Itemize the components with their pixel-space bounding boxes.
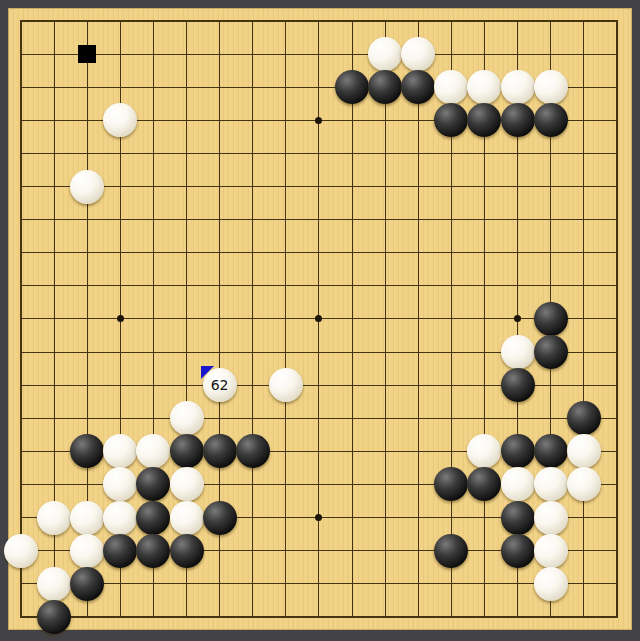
- black-stone: [170, 534, 204, 568]
- black-stone: [70, 434, 104, 468]
- white-stone: [37, 567, 71, 601]
- white-stone: [170, 501, 204, 535]
- black-square-marker: [78, 45, 96, 63]
- white-stone: [534, 467, 568, 501]
- black-stone: [170, 434, 204, 468]
- hoshi-dot: [117, 315, 124, 322]
- black-stone: [203, 501, 237, 535]
- white-stone: [368, 37, 402, 71]
- white-stone: [70, 170, 104, 204]
- black-stone: [501, 434, 535, 468]
- black-stone: [136, 467, 170, 501]
- app-background: 62: [0, 0, 640, 641]
- white-stone: [37, 501, 71, 535]
- black-stone: [501, 501, 535, 535]
- white-stone: [70, 501, 104, 535]
- white-stone: [70, 534, 104, 568]
- black-stone: [467, 467, 501, 501]
- black-stone: [434, 103, 468, 137]
- black-stone: [136, 501, 170, 535]
- white-stone: [534, 534, 568, 568]
- white-stone: [103, 434, 137, 468]
- white-stone: [534, 501, 568, 535]
- grid-line-vertical: [583, 20, 584, 618]
- white-stone: [501, 335, 535, 369]
- black-stone: [501, 534, 535, 568]
- white-stone: [501, 467, 535, 501]
- hoshi-dot: [315, 117, 322, 124]
- grid-line-horizontal: [20, 583, 618, 584]
- black-stone: [103, 534, 137, 568]
- black-stone: [534, 335, 568, 369]
- black-stone: [203, 434, 237, 468]
- black-stone: [534, 302, 568, 336]
- grid-line-vertical: [616, 20, 618, 618]
- black-stone: [534, 103, 568, 137]
- white-stone: [467, 434, 501, 468]
- white-stone: [501, 70, 535, 104]
- black-stone: [567, 401, 601, 435]
- black-stone: [534, 434, 568, 468]
- grid-line-vertical: [418, 20, 419, 618]
- white-stone: [401, 37, 435, 71]
- black-stone: [37, 600, 71, 634]
- white-stone: [434, 70, 468, 104]
- black-stone: [70, 567, 104, 601]
- black-stone: [501, 368, 535, 402]
- black-stone: [434, 534, 468, 568]
- blue-triangle-marker: [201, 366, 214, 379]
- white-stone: [269, 368, 303, 402]
- white-stone: [103, 467, 137, 501]
- grid-line-horizontal: [20, 418, 618, 419]
- white-stone: [567, 467, 601, 501]
- white-stone: [534, 70, 568, 104]
- hoshi-dot: [315, 514, 322, 521]
- black-stone: [467, 103, 501, 137]
- black-stone: [501, 103, 535, 137]
- black-stone: [434, 467, 468, 501]
- white-stone: [4, 534, 38, 568]
- black-stone: [236, 434, 270, 468]
- white-stone: [534, 567, 568, 601]
- grid-line-horizontal: [20, 616, 618, 618]
- white-stone: [103, 103, 137, 137]
- white-stone: [170, 467, 204, 501]
- go-board[interactable]: 62: [8, 8, 632, 630]
- grid-line-vertical: [352, 20, 353, 618]
- white-stone: [103, 501, 137, 535]
- white-stone: [567, 434, 601, 468]
- grid-line-vertical: [385, 20, 386, 618]
- white-stone: [170, 401, 204, 435]
- hoshi-dot: [315, 315, 322, 322]
- hoshi-dot: [514, 315, 521, 322]
- white-stone: [136, 434, 170, 468]
- white-stone: [467, 70, 501, 104]
- black-stone: [401, 70, 435, 104]
- black-stone: [136, 534, 170, 568]
- black-stone: [368, 70, 402, 104]
- white-stone-move-62: 62: [203, 368, 237, 402]
- black-stone: [335, 70, 369, 104]
